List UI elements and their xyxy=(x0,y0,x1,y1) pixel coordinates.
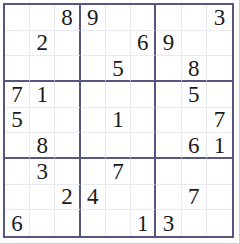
cell-r4c1: 7 xyxy=(5,82,30,108)
cell-r9c2[interactable] xyxy=(30,210,55,236)
cell-r4c4[interactable] xyxy=(81,82,106,108)
cell-r8c9[interactable] xyxy=(207,185,232,211)
cell-r4c7[interactable] xyxy=(156,82,181,108)
cell-r5c4[interactable] xyxy=(81,108,106,134)
cell-r2c8[interactable] xyxy=(182,31,207,57)
cell-r3c3[interactable] xyxy=(55,56,80,82)
cell-r3c7[interactable] xyxy=(156,56,181,82)
cell-r3c4[interactable] xyxy=(81,56,106,82)
cell-r3c2[interactable] xyxy=(30,56,55,82)
cell-r7c8[interactable] xyxy=(182,159,207,185)
cell-r1c5[interactable] xyxy=(106,5,131,31)
cell-r7c7[interactable] xyxy=(156,159,181,185)
cell-r9c1: 6 xyxy=(5,210,30,236)
cell-r3c9[interactable] xyxy=(207,56,232,82)
cell-r7c9[interactable] xyxy=(207,159,232,185)
cell-r6c1[interactable] xyxy=(5,133,30,159)
cell-r3c5: 5 xyxy=(106,56,131,82)
cell-r3c6[interactable] xyxy=(131,56,156,82)
sudoku-page: 8932695871551786137247613 xyxy=(0,0,240,244)
cell-r6c4[interactable] xyxy=(81,133,106,159)
cell-r7c6[interactable] xyxy=(131,159,156,185)
cell-r5c7[interactable] xyxy=(156,108,181,134)
cell-r5c8[interactable] xyxy=(182,108,207,134)
cell-r1c4: 9 xyxy=(81,5,106,31)
cell-r1c6[interactable] xyxy=(131,5,156,31)
cell-r1c2[interactable] xyxy=(30,5,55,31)
cell-r9c4[interactable] xyxy=(81,210,106,236)
cell-r4c2: 1 xyxy=(30,82,55,108)
cell-r3c8: 8 xyxy=(182,56,207,82)
cell-r6c5[interactable] xyxy=(106,133,131,159)
cell-r7c1[interactable] xyxy=(5,159,30,185)
cell-r7c5: 7 xyxy=(106,159,131,185)
cell-r2c1[interactable] xyxy=(5,31,30,57)
cell-r1c3: 8 xyxy=(55,5,80,31)
cell-r9c9[interactable] xyxy=(207,210,232,236)
cell-r2c6: 6 xyxy=(131,31,156,57)
cell-r7c4[interactable] xyxy=(81,159,106,185)
cell-r5c9: 7 xyxy=(207,108,232,134)
cell-r2c7: 9 xyxy=(156,31,181,57)
cell-r2c2: 2 xyxy=(30,31,55,57)
cell-r2c9[interactable] xyxy=(207,31,232,57)
cell-r9c8[interactable] xyxy=(182,210,207,236)
cell-r8c7[interactable] xyxy=(156,185,181,211)
sudoku-board: 8932695871551786137247613 xyxy=(3,3,234,238)
cell-r1c1[interactable] xyxy=(5,5,30,31)
cell-r6c3[interactable] xyxy=(55,133,80,159)
cell-r8c8: 7 xyxy=(182,185,207,211)
cell-r8c2[interactable] xyxy=(30,185,55,211)
cell-r5c2[interactable] xyxy=(30,108,55,134)
cell-r6c9: 1 xyxy=(207,133,232,159)
cell-r8c1[interactable] xyxy=(5,185,30,211)
cell-r8c5[interactable] xyxy=(106,185,131,211)
cell-r5c1: 5 xyxy=(5,108,30,134)
cell-r6c2: 8 xyxy=(30,133,55,159)
cell-r9c6: 1 xyxy=(131,210,156,236)
cell-r4c3[interactable] xyxy=(55,82,80,108)
cell-r1c7[interactable] xyxy=(156,5,181,31)
cell-r8c4: 4 xyxy=(81,185,106,211)
cell-r4c8: 5 xyxy=(182,82,207,108)
cell-r8c3: 2 xyxy=(55,185,80,211)
cell-r4c9[interactable] xyxy=(207,82,232,108)
cell-r2c4[interactable] xyxy=(81,31,106,57)
cell-r6c8: 6 xyxy=(182,133,207,159)
cell-r2c5[interactable] xyxy=(106,31,131,57)
cell-r3c1[interactable] xyxy=(5,56,30,82)
cell-r7c2: 3 xyxy=(30,159,55,185)
cell-r4c6[interactable] xyxy=(131,82,156,108)
cell-r2c3[interactable] xyxy=(55,31,80,57)
cell-r1c9: 3 xyxy=(207,5,232,31)
cell-r9c5[interactable] xyxy=(106,210,131,236)
cell-r5c6[interactable] xyxy=(131,108,156,134)
cell-r5c3[interactable] xyxy=(55,108,80,134)
cell-r6c6[interactable] xyxy=(131,133,156,159)
cell-r9c3[interactable] xyxy=(55,210,80,236)
cell-r9c7: 3 xyxy=(156,210,181,236)
cell-r1c8[interactable] xyxy=(182,5,207,31)
cell-r8c6[interactable] xyxy=(131,185,156,211)
cell-r5c5: 1 xyxy=(106,108,131,134)
cell-r6c7[interactable] xyxy=(156,133,181,159)
cell-r4c5[interactable] xyxy=(106,82,131,108)
cell-r7c3[interactable] xyxy=(55,159,80,185)
